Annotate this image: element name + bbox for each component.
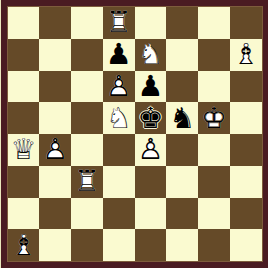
piece-white-pawn[interactable]: ♟♙ [39,134,71,166]
square-f4[interactable] [166,134,198,166]
square-f6[interactable] [166,71,198,103]
square-a8[interactable] [8,7,40,39]
square-d7[interactable]: ♟ [103,39,135,71]
square-b4[interactable]: ♟♙ [39,134,71,166]
square-d6[interactable]: ♟♙ [103,71,135,103]
square-g1[interactable] [198,229,230,261]
square-g7[interactable] [198,39,230,71]
white-queen-outline-icon: ♕ [8,134,40,166]
square-h5[interactable] [230,102,262,134]
square-f7[interactable] [166,39,198,71]
piece-white-king[interactable]: ♚♔ [198,102,230,134]
square-f3[interactable] [166,166,198,198]
white-pawn-outline-icon: ♙ [39,134,71,166]
square-g4[interactable] [198,134,230,166]
square-c6[interactable] [71,71,103,103]
square-b6[interactable] [39,71,71,103]
square-h4[interactable] [230,134,262,166]
square-e3[interactable] [135,166,167,198]
piece-black-pawn[interactable]: ♟ [135,71,167,103]
square-c5[interactable] [71,102,103,134]
square-e6[interactable]: ♟ [135,71,167,103]
piece-black-knight[interactable]: ♞ [166,102,198,134]
square-d4[interactable] [103,134,135,166]
square-d8[interactable]: ♜♖ [103,7,135,39]
square-e1[interactable] [135,229,167,261]
white-bishop-outline-icon: ♗ [230,39,262,71]
piece-white-knight[interactable]: ♞♘ [103,102,135,134]
square-c8[interactable] [71,7,103,39]
square-h8[interactable] [230,7,262,39]
square-d5[interactable]: ♞♘ [103,102,135,134]
square-h6[interactable] [230,71,262,103]
square-f1[interactable] [166,229,198,261]
square-a6[interactable] [8,71,40,103]
white-rook-outline-icon: ♖ [103,7,135,39]
chess-board-frame: ♜♖♟♞♘♝♗♟♙♟♞♘♚♞♚♔♛♕♟♙♟♙♜♖♝♗ [0,0,268,268]
square-c7[interactable] [71,39,103,71]
square-h3[interactable] [230,166,262,198]
piece-black-king[interactable]: ♚ [135,102,167,134]
piece-white-pawn[interactable]: ♟♙ [103,71,135,103]
square-a4[interactable]: ♛♕ [8,134,40,166]
square-b5[interactable] [39,102,71,134]
piece-white-knight[interactable]: ♞♘ [135,39,167,71]
square-b2[interactable] [39,198,71,230]
square-a2[interactable] [8,198,40,230]
square-h7[interactable]: ♝♗ [230,39,262,71]
square-a5[interactable] [8,102,40,134]
square-a3[interactable] [8,166,40,198]
square-g8[interactable] [198,7,230,39]
square-d1[interactable] [103,229,135,261]
square-g3[interactable] [198,166,230,198]
piece-white-bishop[interactable]: ♝♗ [8,229,40,261]
square-h1[interactable] [230,229,262,261]
square-g2[interactable] [198,198,230,230]
square-b8[interactable] [39,7,71,39]
square-c3[interactable]: ♜♖ [71,166,103,198]
white-knight-outline-icon: ♘ [135,39,167,71]
piece-black-pawn[interactable]: ♟ [103,39,135,71]
square-a1[interactable]: ♝♗ [8,229,40,261]
square-d3[interactable] [103,166,135,198]
square-g5[interactable]: ♚♔ [198,102,230,134]
white-pawn-outline-icon: ♙ [103,71,135,103]
black-knight-icon: ♞ [166,102,198,134]
black-pawn-icon: ♟ [135,71,167,103]
square-e4[interactable]: ♟♙ [135,134,167,166]
square-f8[interactable] [166,7,198,39]
square-c2[interactable] [71,198,103,230]
square-b7[interactable] [39,39,71,71]
piece-white-pawn[interactable]: ♟♙ [135,134,167,166]
white-king-outline-icon: ♔ [198,102,230,134]
piece-white-queen[interactable]: ♛♕ [8,134,40,166]
white-rook-outline-icon: ♖ [71,166,103,198]
square-f2[interactable] [166,198,198,230]
square-f5[interactable]: ♞ [166,102,198,134]
square-e5[interactable]: ♚ [135,102,167,134]
square-e2[interactable] [135,198,167,230]
white-bishop-outline-icon: ♗ [8,229,40,261]
chess-board: ♜♖♟♞♘♝♗♟♙♟♞♘♚♞♚♔♛♕♟♙♟♙♜♖♝♗ [7,6,263,262]
square-c4[interactable] [71,134,103,166]
square-e8[interactable] [135,7,167,39]
square-c1[interactable] [71,229,103,261]
black-pawn-icon: ♟ [103,39,135,71]
piece-white-rook[interactable]: ♜♖ [71,166,103,198]
square-d2[interactable] [103,198,135,230]
square-g6[interactable] [198,71,230,103]
black-king-icon: ♚ [135,102,167,134]
white-knight-outline-icon: ♘ [103,102,135,134]
square-a7[interactable] [8,39,40,71]
square-b3[interactable] [39,166,71,198]
piece-white-bishop[interactable]: ♝♗ [230,39,262,71]
white-pawn-outline-icon: ♙ [135,134,167,166]
piece-white-rook[interactable]: ♜♖ [103,7,135,39]
square-h2[interactable] [230,198,262,230]
square-e7[interactable]: ♞♘ [135,39,167,71]
square-b1[interactable] [39,229,71,261]
